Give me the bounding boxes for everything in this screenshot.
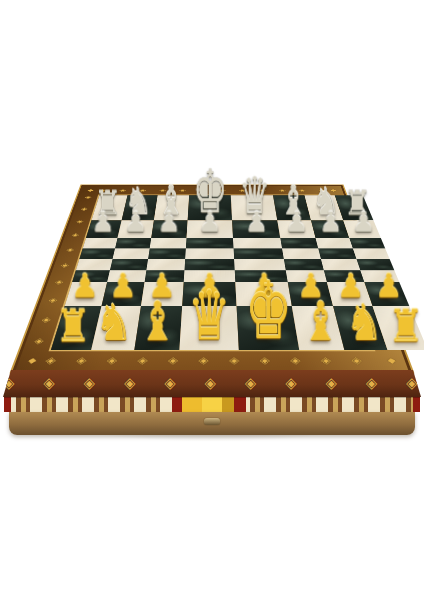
product-photo: ◈ ◈ ◈ ◈ ◈ ◈ ◈ ◈ ◈ ◈ ◈ ◈ ◈ ◈ ◈ ◈ ◈ ◈ ◈ ◈ … <box>0 0 424 600</box>
piece-gold-knight[interactable]: ♞ <box>95 298 132 348</box>
square-h5[interactable] <box>352 248 389 259</box>
piece-gold-bishop[interactable]: ♝ <box>302 294 340 348</box>
square-a5[interactable] <box>79 248 115 259</box>
frame-inlay-bottom: ◈ ◈ ◈ ◈ ◈ ◈ ◈ ◈ ◈ ◈ ◈ ◈ ◈ ◈ ◈ ◈ ◈ <box>43 353 380 367</box>
board-frame: ◈ ◈ ◈ ◈ ◈ ◈ ◈ ◈ ◈ ◈ ◈ ◈ ◈ ◈ ◈ ◈ ◈ ◈ ◈ ◈ … <box>12 185 412 372</box>
square-e5[interactable] <box>234 248 284 259</box>
square-b6[interactable] <box>115 238 151 248</box>
square-b1[interactable]: ♞ <box>91 306 141 350</box>
square-a6[interactable] <box>83 238 118 248</box>
piece-gold-knight[interactable]: ♞ <box>345 298 382 348</box>
square-g5[interactable] <box>318 248 356 259</box>
square-b7[interactable]: ♟ <box>118 220 154 238</box>
piece-silver-pawn[interactable]: ♟ <box>319 208 342 236</box>
square-h6[interactable] <box>349 238 385 248</box>
piece-gold-rook[interactable]: ♜ <box>387 303 423 348</box>
square-d7[interactable]: ♟ <box>186 220 233 238</box>
square-g6[interactable] <box>315 238 352 248</box>
square-c5[interactable] <box>148 248 185 259</box>
piece-silver-pawn[interactable]: ♟ <box>352 208 375 236</box>
square-c1[interactable]: ♝ <box>134 306 182 350</box>
frame-corner-icon: ◆ <box>20 353 45 367</box>
frame-corner-icon: ◆ <box>379 353 404 367</box>
box-side-wood <box>9 412 415 435</box>
square-h7[interactable]: ♟ <box>343 220 381 238</box>
piece-silver-pawn[interactable]: ♟ <box>198 208 221 236</box>
box-front-inlay: ◈ ◈ ◈ ◈ ◈ ◈ ◈ ◈ ◈ ◈ ◈ ◈ ◈ ◈ <box>3 370 421 397</box>
box-clasp <box>204 418 220 425</box>
piece-silver-pawn[interactable]: ♟ <box>285 208 308 236</box>
piece-silver-pawn[interactable]: ♟ <box>124 208 147 236</box>
piece-gold-bishop[interactable]: ♝ <box>139 294 177 348</box>
square-f1[interactable]: ♝ <box>292 306 344 350</box>
square-f5[interactable] <box>282 248 321 259</box>
piece-gold-rook[interactable]: ♜ <box>55 303 91 348</box>
board-tilt: ◈ ◈ ◈ ◈ ◈ ◈ ◈ ◈ ◈ ◈ ◈ ◈ ◈ ◈ ◈ ◈ ◈ ◈ ◈ ◈ … <box>12 185 412 372</box>
square-c7[interactable]: ♟ <box>151 220 187 238</box>
square-a7[interactable]: ♟ <box>86 220 122 238</box>
square-e1[interactable]: ♚ <box>237 306 300 350</box>
square-d5[interactable] <box>185 248 235 259</box>
piece-silver-pawn[interactable]: ♟ <box>245 208 268 236</box>
piece-gold-queen[interactable]: ♛ <box>188 282 230 350</box>
piece-gold-king[interactable]: ♚ <box>245 271 291 351</box>
square-e6[interactable] <box>233 238 282 248</box>
square-f7[interactable]: ♟ <box>277 220 315 238</box>
square-e7[interactable]: ♟ <box>232 220 280 238</box>
square-b5[interactable] <box>113 248 150 259</box>
square-d6[interactable] <box>186 238 234 248</box>
box-front-stripe-inlay <box>4 397 420 412</box>
square-f6[interactable] <box>280 238 318 248</box>
board-scene: ◈ ◈ ◈ ◈ ◈ ◈ ◈ ◈ ◈ ◈ ◈ ◈ ◈ ◈ ◈ ◈ ◈ ◈ ◈ ◈ … <box>0 0 424 600</box>
chess-board: ♜♞♝♚♛♝♞♜♟♟♟♟♟♟♟♟♟♟♟♟♟♟♟♟♜♞♝♛♚♝♞♜ <box>49 195 376 352</box>
square-d1[interactable]: ♛ <box>179 306 239 350</box>
square-c6[interactable] <box>150 238 187 248</box>
piece-silver-pawn[interactable]: ♟ <box>158 208 181 236</box>
piece-silver-pawn[interactable]: ♟ <box>91 208 114 236</box>
